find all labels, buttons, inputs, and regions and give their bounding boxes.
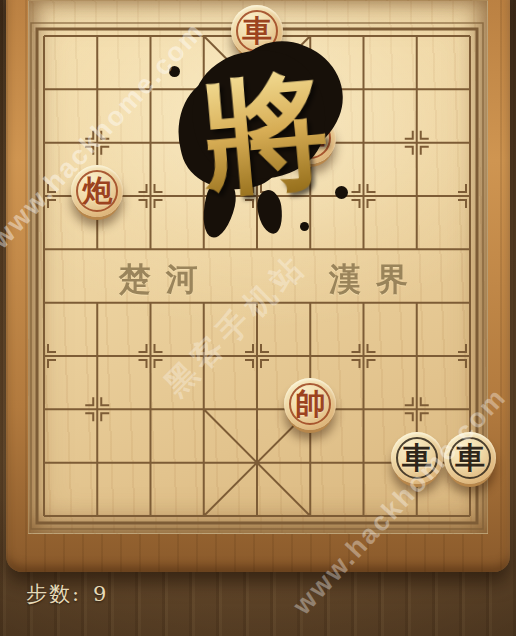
- red-chariot[interactable]: 車: [284, 112, 336, 164]
- move-counter: 步数:9: [26, 580, 108, 608]
- river-label-left: 楚河: [119, 258, 213, 302]
- red-piece-glyph: 車: [295, 123, 325, 153]
- game-screen: 楚河 漢界 車將車炮帥車車 將 步数:9 www.hackhome.com 黑客…: [0, 0, 516, 636]
- move-counter-label: 步数:: [26, 582, 81, 606]
- red-piece-glyph: 車: [242, 16, 272, 46]
- black-piece-glyph: 將: [295, 69, 325, 99]
- black-piece-glyph: 車: [455, 443, 485, 473]
- red-chariot[interactable]: 車: [231, 5, 283, 57]
- river-label-right: 漢界: [329, 258, 423, 302]
- black-piece-glyph: 車: [402, 443, 432, 473]
- red-cannon[interactable]: 炮: [71, 165, 123, 217]
- black-chariot[interactable]: 車: [391, 432, 443, 484]
- board-bezel: [6, 0, 510, 572]
- black-chariot[interactable]: 車: [444, 432, 496, 484]
- move-counter-value: 9: [93, 582, 108, 606]
- red-piece-glyph: 炮: [82, 176, 112, 206]
- red-piece-glyph: 帥: [295, 389, 325, 419]
